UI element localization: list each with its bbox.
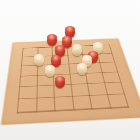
piece-cream[interactable] [34,55,44,66]
piece-cream[interactable] [77,64,87,75]
piece-red[interactable] [47,35,57,46]
game-board-surface[interactable] [0,38,140,126]
piece-red[interactable] [55,77,65,88]
photo-scene [0,0,140,140]
piece-cream[interactable] [45,66,55,77]
piece-cream[interactable] [72,45,82,56]
